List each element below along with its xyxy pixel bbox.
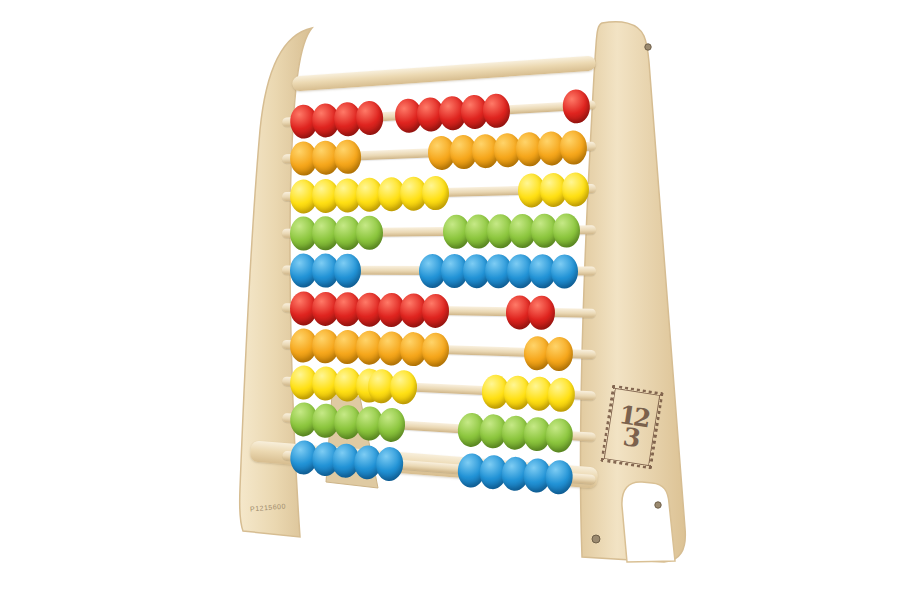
bead-group [289, 402, 406, 443]
bead-group [419, 254, 578, 289]
bead-group [289, 100, 384, 139]
green-bead[interactable] [356, 215, 383, 249]
bead-group [290, 327, 450, 366]
bead-group [290, 215, 383, 250]
orange-bead[interactable] [559, 130, 587, 165]
bead-group [481, 374, 576, 412]
yellow-bead[interactable] [422, 175, 450, 210]
yellow-bead[interactable] [547, 377, 576, 412]
blue-bead[interactable] [551, 254, 578, 288]
red-bead[interactable] [355, 100, 384, 135]
red-bead[interactable] [562, 88, 591, 123]
yellow-bead[interactable] [562, 171, 590, 206]
blue-bead[interactable] [544, 458, 574, 494]
bead-group [290, 253, 361, 287]
bead-group [394, 93, 511, 133]
bead-group [562, 88, 591, 123]
bead-group [290, 290, 450, 327]
green-bead[interactable] [553, 213, 580, 247]
bead-row-5 [290, 251, 590, 291]
bead-group [289, 139, 361, 176]
bead-row-4 [290, 210, 590, 252]
red-bead[interactable] [422, 293, 450, 327]
orange-bead[interactable] [545, 336, 573, 371]
red-bead[interactable] [528, 295, 556, 329]
bead-group [518, 171, 590, 207]
red-bead[interactable] [482, 93, 511, 128]
bead-group [506, 294, 556, 329]
bead-rows [228, 20, 690, 576]
green-bead[interactable] [377, 407, 406, 443]
bead-group [457, 412, 574, 453]
logo-stamp-text: 123 [614, 404, 650, 451]
product-photo: 123 P1215600 [0, 0, 900, 600]
green-bead[interactable] [545, 418, 574, 454]
bead-group [523, 335, 573, 371]
bead-group [290, 175, 450, 213]
abacus: 123 P1215600 [228, 20, 690, 576]
bead-group [367, 368, 418, 404]
bead-group [443, 213, 580, 249]
bead-group [427, 130, 587, 170]
blue-bead[interactable] [334, 253, 361, 287]
orange-bead[interactable] [333, 139, 361, 174]
blue-bead[interactable] [375, 445, 405, 481]
orange-bead[interactable] [421, 332, 449, 367]
yellow-bead[interactable] [389, 369, 418, 404]
bead-row-3 [290, 169, 591, 216]
bead-group [457, 452, 574, 495]
bead-group [331, 442, 404, 481]
